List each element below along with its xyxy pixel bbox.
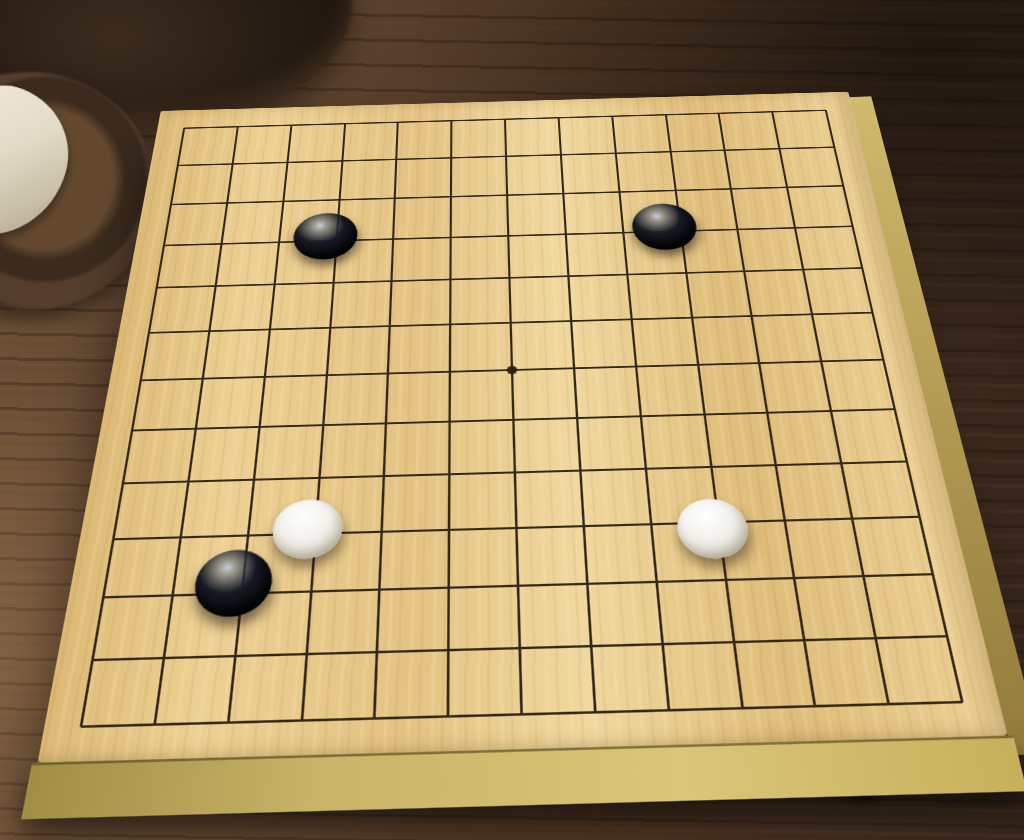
grid-line-v-5 xyxy=(373,122,399,718)
star-point-tengen xyxy=(507,366,518,374)
board-grid: ●●○○● xyxy=(81,110,962,726)
black-stone-C3: ● xyxy=(190,549,274,618)
go-board: ●●○○● xyxy=(38,92,1008,763)
black-stone-K10: ● xyxy=(630,203,699,251)
grid-line-v-7 xyxy=(504,119,523,714)
grid-line-v-2 xyxy=(153,127,239,725)
white-stone-K4: ○ xyxy=(674,498,752,559)
grid-line-v-3 xyxy=(226,125,292,722)
grid-line-v-6 xyxy=(447,121,453,717)
white-stone-D4: ○ xyxy=(270,498,344,559)
board-surface: ●●○○● xyxy=(38,92,1008,763)
grid-line-v-8 xyxy=(557,118,596,713)
black-stone-D10: ● xyxy=(291,212,358,260)
